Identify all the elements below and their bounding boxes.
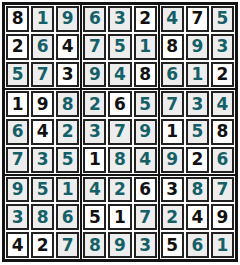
- cell-r4c7[interactable]: 7: [161, 91, 184, 117]
- cell-r3c5[interactable]: 4: [108, 62, 131, 88]
- cell-r4c8[interactable]: 3: [186, 91, 209, 117]
- cell-r9c5[interactable]: 9: [108, 232, 131, 258]
- cell-r8c6[interactable]: 7: [134, 204, 157, 230]
- cell-r3c4[interactable]: 9: [83, 62, 106, 88]
- sudoku-box-7: 951386427: [4, 175, 81, 260]
- cell-r1c2[interactable]: 1: [31, 6, 54, 32]
- cell-r8c3[interactable]: 6: [56, 204, 79, 230]
- sudoku-box-5: 265379184: [81, 89, 158, 174]
- cell-r3c8[interactable]: 1: [186, 62, 209, 88]
- cell-r9c7[interactable]: 5: [161, 232, 184, 258]
- cell-r6c8[interactable]: 2: [186, 147, 209, 173]
- cell-r1c8[interactable]: 7: [186, 6, 209, 32]
- cell-r5c9[interactable]: 8: [211, 119, 234, 145]
- cell-r2c2[interactable]: 6: [31, 34, 54, 60]
- cell-r3c1[interactable]: 5: [6, 62, 29, 88]
- cell-r2c6[interactable]: 1: [134, 34, 157, 60]
- cell-r5c6[interactable]: 9: [134, 119, 157, 145]
- cell-r2c3[interactable]: 4: [56, 34, 79, 60]
- cell-r6c7[interactable]: 9: [161, 147, 184, 173]
- cell-r5c1[interactable]: 6: [6, 119, 29, 145]
- cell-r4c3[interactable]: 8: [56, 91, 79, 117]
- cell-r7c7[interactable]: 3: [161, 177, 184, 203]
- cell-r7c2[interactable]: 5: [31, 177, 54, 203]
- cell-r9c2[interactable]: 2: [31, 232, 54, 258]
- cell-r4c9[interactable]: 4: [211, 91, 234, 117]
- cell-r5c2[interactable]: 4: [31, 119, 54, 145]
- sudoku-box-3: 475893612: [159, 4, 236, 89]
- cell-r3c2[interactable]: 7: [31, 62, 54, 88]
- cell-r8c4[interactable]: 5: [83, 204, 106, 230]
- cell-r5c4[interactable]: 3: [83, 119, 106, 145]
- cell-r1c9[interactable]: 5: [211, 6, 234, 32]
- cell-r9c1[interactable]: 4: [6, 232, 29, 258]
- cell-r7c8[interactable]: 8: [186, 177, 209, 203]
- cell-r8c5[interactable]: 1: [108, 204, 131, 230]
- cell-r8c2[interactable]: 8: [31, 204, 54, 230]
- cell-r8c9[interactable]: 9: [211, 204, 234, 230]
- cell-r1c3[interactable]: 9: [56, 6, 79, 32]
- cell-r1c6[interactable]: 2: [134, 6, 157, 32]
- cell-r2c8[interactable]: 9: [186, 34, 209, 60]
- cell-r2c7[interactable]: 8: [161, 34, 184, 60]
- cell-r9c8[interactable]: 6: [186, 232, 209, 258]
- cell-r4c4[interactable]: 2: [83, 91, 106, 117]
- cell-r8c1[interactable]: 3: [6, 204, 29, 230]
- cell-r4c2[interactable]: 9: [31, 91, 54, 117]
- cell-r4c6[interactable]: 5: [134, 91, 157, 117]
- cell-r5c8[interactable]: 5: [186, 119, 209, 145]
- cell-r7c9[interactable]: 7: [211, 177, 234, 203]
- cell-r8c8[interactable]: 4: [186, 204, 209, 230]
- cell-r5c5[interactable]: 7: [108, 119, 131, 145]
- cell-r5c3[interactable]: 2: [56, 119, 79, 145]
- cell-r2c5[interactable]: 5: [108, 34, 131, 60]
- cell-r7c1[interactable]: 9: [6, 177, 29, 203]
- cell-r7c5[interactable]: 2: [108, 177, 131, 203]
- cell-r7c4[interactable]: 4: [83, 177, 106, 203]
- cell-r6c5[interactable]: 8: [108, 147, 131, 173]
- sudoku-box-9: 387249561: [159, 175, 236, 260]
- cell-r9c4[interactable]: 8: [83, 232, 106, 258]
- cell-r3c7[interactable]: 6: [161, 62, 184, 88]
- cell-r2c9[interactable]: 3: [211, 34, 234, 60]
- cell-r7c6[interactable]: 6: [134, 177, 157, 203]
- cell-r6c9[interactable]: 6: [211, 147, 234, 173]
- cell-r1c4[interactable]: 6: [83, 6, 106, 32]
- sudoku-box-1: 819264573: [4, 4, 81, 89]
- cell-r3c3[interactable]: 3: [56, 62, 79, 88]
- sudoku-box-8: 426517893: [81, 175, 158, 260]
- cell-r4c5[interactable]: 6: [108, 91, 131, 117]
- cell-r7c3[interactable]: 1: [56, 177, 79, 203]
- cell-r6c3[interactable]: 5: [56, 147, 79, 173]
- cell-r8c7[interactable]: 2: [161, 204, 184, 230]
- cell-r6c6[interactable]: 4: [134, 147, 157, 173]
- cell-r9c6[interactable]: 3: [134, 232, 157, 258]
- cell-r3c6[interactable]: 8: [134, 62, 157, 88]
- sudoku-board: 8192645736327519484758936121986427352653…: [2, 2, 238, 262]
- cell-r3c9[interactable]: 2: [211, 62, 234, 88]
- cell-r5c7[interactable]: 1: [161, 119, 184, 145]
- cell-r6c1[interactable]: 7: [6, 147, 29, 173]
- cell-r2c1[interactable]: 2: [6, 34, 29, 60]
- cell-r9c3[interactable]: 7: [56, 232, 79, 258]
- cell-r1c5[interactable]: 3: [108, 6, 131, 32]
- sudoku-box-2: 632751948: [81, 4, 158, 89]
- cell-r6c2[interactable]: 3: [31, 147, 54, 173]
- sudoku-box-6: 734158926: [159, 89, 236, 174]
- sudoku-box-4: 198642735: [4, 89, 81, 174]
- cell-r1c7[interactable]: 4: [161, 6, 184, 32]
- cell-r6c4[interactable]: 1: [83, 147, 106, 173]
- cell-r4c1[interactable]: 1: [6, 91, 29, 117]
- cell-r9c9[interactable]: 1: [211, 232, 234, 258]
- cell-r2c4[interactable]: 7: [83, 34, 106, 60]
- cell-r1c1[interactable]: 8: [6, 6, 29, 32]
